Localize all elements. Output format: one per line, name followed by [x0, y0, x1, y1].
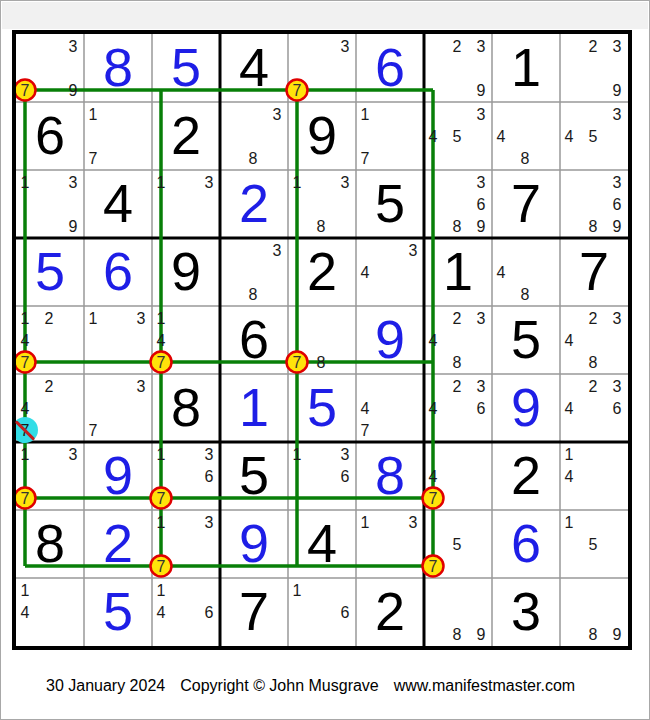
footer-site-url[interactable]: www.manifestmaster.com: [394, 677, 575, 697]
cell-r5c9[interactable]: 2348: [560, 306, 628, 374]
cell-r9c3[interactable]: 146: [152, 578, 220, 646]
candidate-digit: 1: [14, 582, 36, 599]
candidate-digit: 8: [446, 218, 468, 235]
cell-r1c9[interactable]: 239: [560, 34, 628, 102]
candidate-digit: 2: [446, 378, 468, 395]
cell-r2c4[interactable]: 38: [220, 102, 288, 170]
candidate-digit: 4: [558, 468, 580, 485]
given-digit: 8: [16, 510, 84, 578]
candidate-digit: 1: [286, 582, 308, 599]
candidate-digit: 2: [582, 310, 604, 327]
candidate-digit: 1: [150, 514, 172, 531]
candidate-digit: 1: [286, 174, 308, 191]
candidate-digit: 8: [446, 626, 468, 643]
candidate-digit: 1: [150, 310, 172, 327]
cell-r1c4[interactable]: 4: [220, 34, 288, 102]
cell-r7c2[interactable]: 9: [84, 442, 152, 510]
candidate-digit: 3: [470, 174, 492, 191]
candidate-digit: 1: [558, 514, 580, 531]
cell-r7c5[interactable]: 136: [288, 442, 356, 510]
solved-digit: 6: [84, 238, 152, 306]
given-digit: 6: [220, 306, 288, 374]
candidate-digit: 6: [470, 196, 492, 213]
candidate-digit: 1: [150, 582, 172, 599]
candidate-digit: 4: [354, 264, 376, 281]
candidate-digit: 3: [334, 174, 356, 191]
candidate-digit: 1: [14, 174, 36, 191]
cell-r2c8[interactable]: 48: [492, 102, 560, 170]
candidate-digit: 1: [558, 446, 580, 463]
given-digit: 8: [152, 374, 220, 442]
given-digit: 2: [356, 578, 424, 646]
cell-r5c4[interactable]: 6: [220, 306, 288, 374]
candidate-digit: 8: [310, 218, 332, 235]
cell-r8c9[interactable]: 15: [560, 510, 628, 578]
cell-r7c6[interactable]: 8: [356, 442, 424, 510]
candidate-digit: 3: [606, 106, 628, 123]
cell-r7c8[interactable]: 2: [492, 442, 560, 510]
cell-r2c7[interactable]: 345: [424, 102, 492, 170]
candidate-digit: 1: [14, 446, 36, 463]
cell-r4c5[interactable]: 2: [288, 238, 356, 306]
given-digit: 3: [492, 578, 560, 646]
candidate-digit: 8: [514, 286, 536, 303]
candidate-digit: 7: [354, 150, 376, 167]
candidate-digit: 1: [150, 174, 172, 191]
candidate-digit: 3: [470, 38, 492, 55]
cell-r7c4[interactable]: 5: [220, 442, 288, 510]
candidate-digit: 1: [82, 106, 104, 123]
candidate-digit: 2: [446, 38, 468, 55]
cell-r3c4[interactable]: 2: [220, 170, 288, 238]
candidate-digit: 8: [242, 150, 264, 167]
candidate-digit: 9: [606, 218, 628, 235]
solved-digit: 1: [220, 374, 288, 442]
candidate-digit: 3: [606, 310, 628, 327]
candidate-digit: 4: [490, 128, 512, 145]
candidate-digit: 3: [198, 174, 220, 191]
candidate-digit: 1: [150, 446, 172, 463]
candidate-digit: 9: [470, 218, 492, 235]
candidate-digit: 3: [606, 378, 628, 395]
cell-r3c7[interactable]: 3689: [424, 170, 492, 238]
candidate-digit: 3: [334, 446, 356, 463]
candidate-digit: 2: [38, 310, 60, 327]
candidate-digit: 4: [558, 332, 580, 349]
cell-grid: 3985436239123961723891734548345139413213…: [16, 34, 628, 646]
solved-digit: 6: [356, 34, 424, 102]
given-digit: 1: [492, 34, 560, 102]
candidate-digit: 3: [606, 38, 628, 55]
candidate-digit: 8: [582, 626, 604, 643]
candidate-digit: 6: [198, 468, 220, 485]
candidate-digit: 3: [130, 378, 152, 395]
cell-r2c6[interactable]: 17: [356, 102, 424, 170]
solved-digit: 8: [356, 442, 424, 510]
candidate-digit: 6: [334, 468, 356, 485]
candidate-digit: 9: [470, 82, 492, 99]
cell-r2c9[interactable]: 345: [560, 102, 628, 170]
cell-r1c1[interactable]: 39: [16, 34, 84, 102]
footer: 30 January 2024 Copyright © John Musgrav…: [46, 677, 575, 697]
cell-r3c8[interactable]: 7: [492, 170, 560, 238]
candidate-digit: 6: [470, 400, 492, 417]
cell-r2c1[interactable]: 6: [16, 102, 84, 170]
candidate-digit: 8: [514, 150, 536, 167]
candidate-digit: 6: [606, 400, 628, 417]
candidate-digit: 3: [266, 242, 288, 259]
solved-digit: 5: [16, 238, 84, 306]
candidate-digit: 3: [402, 514, 424, 531]
cell-r1c3[interactable]: 5: [152, 34, 220, 102]
given-digit: 7: [560, 238, 628, 306]
cell-r5c1[interactable]: 124: [16, 306, 84, 374]
cell-r2c5[interactable]: 9: [288, 102, 356, 170]
cell-r2c2[interactable]: 17: [84, 102, 152, 170]
footer-date: 30 January 2024: [46, 677, 165, 697]
sudoku-board: 7777777777 39854362391239617238917345483…: [12, 30, 632, 650]
candidate-digit: 6: [606, 196, 628, 213]
candidate-digit: 3: [198, 446, 220, 463]
cell-r9c8[interactable]: 3: [492, 578, 560, 646]
solved-digit: 9: [492, 374, 560, 442]
cell-r6c6[interactable]: 47: [356, 374, 424, 442]
candidate-digit: 8: [310, 354, 332, 371]
candidate-digit: 4: [354, 400, 376, 417]
candidate-digit: 4: [422, 332, 444, 349]
candidate-digit: 3: [606, 174, 628, 191]
cell-r8c5[interactable]: 4: [288, 510, 356, 578]
candidate-digit: 5: [582, 536, 604, 553]
cell-r3c2[interactable]: 4: [84, 170, 152, 238]
candidate-digit: 9: [62, 82, 84, 99]
footer-copyright: Copyright © John Musgrave: [180, 677, 379, 697]
candidate-digit: 4: [14, 604, 36, 621]
cell-r7c1[interactable]: 13: [16, 442, 84, 510]
solved-digit: 5: [84, 578, 152, 646]
cell-r4c8[interactable]: 48: [492, 238, 560, 306]
candidate-digit: 9: [62, 218, 84, 235]
cell-r6c5[interactable]: 5: [288, 374, 356, 442]
cell-r4c6[interactable]: 34: [356, 238, 424, 306]
given-digit: 1: [424, 238, 492, 306]
candidate-digit: 9: [470, 626, 492, 643]
cell-r7c9[interactable]: 14: [560, 442, 628, 510]
candidate-digit: 3: [62, 38, 84, 55]
solved-digit: 2: [220, 170, 288, 238]
candidate-digit: 8: [582, 354, 604, 371]
candidate-digit: 5: [446, 128, 468, 145]
candidate-digit: 6: [198, 604, 220, 621]
candidate-digit: 7: [354, 422, 376, 439]
candidate-digit: 7: [82, 150, 104, 167]
candidate-digit: 3: [470, 106, 492, 123]
candidate-digit: 5: [582, 128, 604, 145]
candidate-digit: 2: [582, 38, 604, 55]
given-digit: 5: [220, 442, 288, 510]
given-digit: 7: [492, 170, 560, 238]
solved-digit: 5: [288, 374, 356, 442]
given-digit: 9: [152, 238, 220, 306]
cell-r8c7[interactable]: 5: [424, 510, 492, 578]
cell-r7c3[interactable]: 136: [152, 442, 220, 510]
cell-r4c4[interactable]: 38: [220, 238, 288, 306]
candidate-digit: 4: [422, 128, 444, 145]
candidate-digit: 3: [62, 446, 84, 463]
candidate-digit: 4: [14, 400, 36, 417]
cell-r6c8[interactable]: 9: [492, 374, 560, 442]
cell-r6c4[interactable]: 1: [220, 374, 288, 442]
cell-r9c9[interactable]: 89: [560, 578, 628, 646]
given-digit: 4: [220, 34, 288, 102]
cell-r1c7[interactable]: 239: [424, 34, 492, 102]
cell-r8c4[interactable]: 9: [220, 510, 288, 578]
cell-r1c6[interactable]: 6: [356, 34, 424, 102]
solved-digit: 9: [84, 442, 152, 510]
solved-digit: 8: [84, 34, 152, 102]
candidate-digit: 4: [558, 400, 580, 417]
cell-r1c8[interactable]: 1: [492, 34, 560, 102]
solved-digit: 9: [220, 510, 288, 578]
candidate-digit: 4: [558, 128, 580, 145]
candidate-digit: 3: [198, 514, 220, 531]
cell-r6c9[interactable]: 2346: [560, 374, 628, 442]
candidate-digit: 1: [286, 446, 308, 463]
candidate-digit: 3: [470, 378, 492, 395]
cell-r5c3[interactable]: 14: [152, 306, 220, 374]
cell-r7c7[interactable]: 4: [424, 442, 492, 510]
page: { "game": "sudoku", "variant": "classic …: [0, 0, 650, 720]
candidate-digit: 1: [354, 514, 376, 531]
candidate-digit: 8: [446, 354, 468, 371]
cell-r8c3[interactable]: 13: [152, 510, 220, 578]
given-digit: 4: [84, 170, 152, 238]
given-digit: 9: [288, 102, 356, 170]
cell-r1c5[interactable]: 3: [288, 34, 356, 102]
cell-r6c3[interactable]: 8: [152, 374, 220, 442]
cell-r3c5[interactable]: 138: [288, 170, 356, 238]
cell-r9c7[interactable]: 89: [424, 578, 492, 646]
given-digit: 5: [492, 306, 560, 374]
cell-r3c6[interactable]: 5: [356, 170, 424, 238]
candidate-digit: 2: [38, 378, 60, 395]
candidate-digit: 3: [266, 106, 288, 123]
cell-r1c2[interactable]: 8: [84, 34, 152, 102]
candidate-digit: 5: [446, 536, 468, 553]
solved-digit: 9: [356, 306, 424, 374]
candidate-digit: 7: [82, 422, 104, 439]
top-margin-strip: [2, 2, 648, 29]
cell-r9c4[interactable]: 7: [220, 578, 288, 646]
candidate-digit: 4: [490, 264, 512, 281]
candidate-digit: 1: [354, 106, 376, 123]
cell-r9c5[interactable]: 16: [288, 578, 356, 646]
cell-r3c1[interactable]: 139: [16, 170, 84, 238]
candidate-digit: 3: [334, 38, 356, 55]
given-digit: 2: [288, 238, 356, 306]
candidate-digit: 9: [606, 626, 628, 643]
cell-r4c7[interactable]: 1: [424, 238, 492, 306]
solved-digit: 5: [152, 34, 220, 102]
candidate-digit: 1: [82, 310, 104, 327]
candidate-digit: 3: [62, 174, 84, 191]
given-digit: 7: [220, 578, 288, 646]
cell-r5c6[interactable]: 9: [356, 306, 424, 374]
cell-r8c1[interactable]: 8: [16, 510, 84, 578]
given-digit: 6: [16, 102, 84, 170]
cell-r5c2[interactable]: 13: [84, 306, 152, 374]
candidate-digit: 2: [446, 310, 468, 327]
cell-r9c2[interactable]: 5: [84, 578, 152, 646]
candidate-digit: 4: [422, 468, 444, 485]
given-digit: 4: [288, 510, 356, 578]
cell-r2c3[interactable]: 2: [152, 102, 220, 170]
candidate-digit: 8: [242, 286, 264, 303]
candidate-digit: 4: [150, 332, 172, 349]
cell-r4c1[interactable]: 5: [16, 238, 84, 306]
cell-r3c9[interactable]: 3689: [560, 170, 628, 238]
cell-r8c2[interactable]: 2: [84, 510, 152, 578]
cell-r4c9[interactable]: 7: [560, 238, 628, 306]
cell-r4c2[interactable]: 6: [84, 238, 152, 306]
cell-r8c8[interactable]: 6: [492, 510, 560, 578]
cell-r8c6[interactable]: 13: [356, 510, 424, 578]
cell-r6c2[interactable]: 37: [84, 374, 152, 442]
candidate-digit: 1: [14, 310, 36, 327]
candidate-digit: 4: [14, 332, 36, 349]
given-digit: 2: [492, 442, 560, 510]
cell-r5c5[interactable]: 8: [288, 306, 356, 374]
given-digit: 5: [356, 170, 424, 238]
candidate-digit: 2: [582, 378, 604, 395]
cell-r3c3[interactable]: 13: [152, 170, 220, 238]
cell-r5c8[interactable]: 5: [492, 306, 560, 374]
candidate-digit: 4: [150, 604, 172, 621]
solved-digit: 6: [492, 510, 560, 578]
cell-r5c7[interactable]: 2348: [424, 306, 492, 374]
cell-r9c6[interactable]: 2: [356, 578, 424, 646]
given-digit: 2: [152, 102, 220, 170]
candidate-digit: 3: [130, 310, 152, 327]
candidate-digit: 3: [470, 310, 492, 327]
cell-r9c1[interactable]: 14: [16, 578, 84, 646]
cell-r6c7[interactable]: 2346: [424, 374, 492, 442]
candidate-digit: 6: [334, 604, 356, 621]
candidate-digit: 3: [402, 242, 424, 259]
solved-digit: 2: [84, 510, 152, 578]
candidate-digit: 8: [582, 218, 604, 235]
candidate-digit: 4: [422, 400, 444, 417]
candidate-digit: 9: [606, 82, 628, 99]
cell-r4c3[interactable]: 9: [152, 238, 220, 306]
